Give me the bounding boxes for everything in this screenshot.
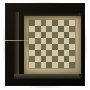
product-photo [0,0,90,90]
board-square [69,62,75,68]
scratch-mark [5,40,40,41]
picture-frame [5,3,85,86]
frame-inner-edge-left [14,12,19,77]
checkers-board-art [24,16,81,74]
checkers-board-grid [29,20,75,68]
frame-inner-edge-bottom [14,74,81,79]
